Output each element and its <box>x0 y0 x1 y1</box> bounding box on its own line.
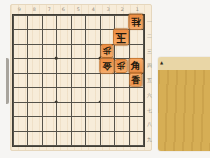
board-cell[interactable] <box>13 131 28 146</box>
board-cell[interactable] <box>86 30 101 45</box>
board-cell[interactable] <box>28 102 43 117</box>
sente-hand-marker: ▲ <box>160 60 163 64</box>
board-cell[interactable] <box>13 15 28 30</box>
file-label: 5 <box>73 6 85 13</box>
board-cell[interactable] <box>13 30 28 45</box>
file-coordinates: 987654321 <box>12 5 145 14</box>
star-point <box>55 57 58 60</box>
board-cell[interactable] <box>57 88 72 103</box>
rank-label: 三 <box>147 45 153 57</box>
board-cell[interactable] <box>71 59 86 74</box>
rank-label: 七 <box>147 104 153 116</box>
komadai-body[interactable] <box>158 70 210 151</box>
shogi-piece[interactable]: 香 <box>129 73 143 88</box>
board-cell[interactable] <box>28 88 43 103</box>
board-cell[interactable] <box>42 30 57 45</box>
board-cell[interactable] <box>86 73 101 88</box>
board-cell[interactable] <box>13 44 28 59</box>
page: { "game": "shogi", "diagram_type": "tsum… <box>0 0 210 158</box>
board-grid: 桂玉歩金歩角香 <box>12 14 145 147</box>
board-cell[interactable] <box>129 44 144 59</box>
board-cell[interactable] <box>13 59 28 74</box>
board-cell[interactable] <box>115 73 130 88</box>
komadai-header: ▲ <box>158 57 210 70</box>
board-cell[interactable] <box>71 131 86 146</box>
rank-label: 八 <box>147 119 153 131</box>
board-cell[interactable] <box>57 15 72 30</box>
board-cell[interactable] <box>100 73 115 88</box>
board-cell[interactable] <box>86 102 101 117</box>
file-label: 4 <box>87 6 99 13</box>
board-cell[interactable] <box>115 117 130 132</box>
board-cell[interactable] <box>129 131 144 146</box>
shogi-piece[interactable]: 金 <box>100 58 115 74</box>
rank-label: 六 <box>147 89 153 101</box>
board-cell[interactable] <box>115 44 130 59</box>
board-cell[interactable] <box>86 131 101 146</box>
board-cell[interactable] <box>129 102 144 117</box>
board-cell[interactable] <box>71 102 86 117</box>
board-cell[interactable] <box>42 117 57 132</box>
board-cell[interactable] <box>115 15 130 30</box>
board-cell[interactable] <box>100 88 115 103</box>
file-label: 7 <box>43 6 55 13</box>
shogi-piece[interactable]: 角 <box>128 58 143 74</box>
board-cell[interactable] <box>71 30 86 45</box>
board-cell[interactable] <box>42 131 57 146</box>
board-cell[interactable] <box>71 73 86 88</box>
shogi-piece[interactable]: 桂 <box>128 14 143 30</box>
board-cell[interactable] <box>129 30 144 45</box>
rank-label: 二 <box>147 30 153 42</box>
board-cell[interactable] <box>100 102 115 117</box>
board-cell[interactable] <box>13 102 28 117</box>
file-label: 3 <box>102 6 114 13</box>
shogi-board: 987654321 桂玉歩金歩角香 一二三四五六七八九 <box>10 4 152 151</box>
board-cell[interactable] <box>115 131 130 146</box>
board-cell[interactable] <box>57 102 72 117</box>
board-cell[interactable] <box>115 102 130 117</box>
board-cell[interactable] <box>57 30 72 45</box>
board-cell[interactable] <box>28 30 43 45</box>
board-cell[interactable] <box>42 102 57 117</box>
board-cell[interactable] <box>57 131 72 146</box>
board-cell[interactable] <box>57 59 72 74</box>
board-cell[interactable] <box>28 44 43 59</box>
board-cell[interactable] <box>57 117 72 132</box>
rank-label: 五 <box>147 75 153 87</box>
board-cell[interactable] <box>28 59 43 74</box>
file-label: 9 <box>13 6 25 13</box>
board-cell[interactable] <box>71 117 86 132</box>
star-point <box>98 100 101 103</box>
board-cell[interactable] <box>86 15 101 30</box>
shogi-piece[interactable]: 玉 <box>113 28 129 45</box>
board-cell[interactable] <box>13 88 28 103</box>
file-label: 1 <box>132 6 144 13</box>
rank-label: 一 <box>147 15 153 27</box>
rank-label: 四 <box>147 60 153 72</box>
board-cell[interactable] <box>28 131 43 146</box>
board-cell[interactable] <box>57 73 72 88</box>
file-label: 2 <box>117 6 129 13</box>
board-cell[interactable] <box>129 117 144 132</box>
board-cell[interactable] <box>28 73 43 88</box>
shogi-piece[interactable]: 歩 <box>100 44 113 58</box>
board-cell[interactable] <box>100 131 115 146</box>
file-label: 8 <box>28 6 40 13</box>
board-cell[interactable] <box>100 117 115 132</box>
file-label: 6 <box>58 6 70 13</box>
board-cell[interactable] <box>115 88 130 103</box>
board-cell[interactable] <box>13 117 28 132</box>
board-cell[interactable] <box>86 117 101 132</box>
board-cell[interactable] <box>71 15 86 30</box>
star-point <box>55 100 58 103</box>
board-cell[interactable] <box>42 15 57 30</box>
board-cell[interactable] <box>86 59 101 74</box>
board-cell[interactable] <box>57 44 72 59</box>
board-cell[interactable] <box>13 73 28 88</box>
board-cell[interactable] <box>100 15 115 30</box>
board-cell[interactable] <box>28 117 43 132</box>
board-cell[interactable] <box>129 88 144 103</box>
board-cell[interactable] <box>42 59 57 74</box>
rank-label: 九 <box>147 134 153 146</box>
gote-komadai-edge <box>6 58 9 104</box>
sente-komadai: ▲ <box>158 57 210 151</box>
board-cell[interactable] <box>71 44 86 59</box>
rank-coordinates: 一二三四五六七八九 <box>146 14 153 147</box>
board-cell[interactable] <box>71 88 86 103</box>
board-cell[interactable] <box>28 15 43 30</box>
board-cell[interactable] <box>42 73 57 88</box>
shogi-piece[interactable]: 歩 <box>115 59 128 73</box>
